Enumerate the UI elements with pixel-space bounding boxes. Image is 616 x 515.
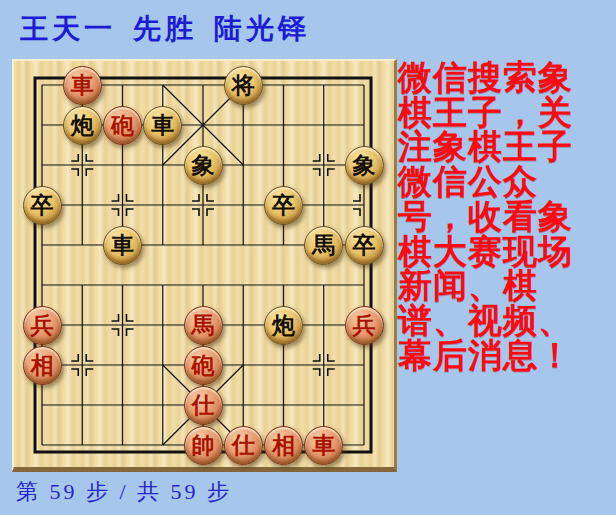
black-piece-将[interactable]: 将	[224, 66, 263, 105]
red-piece-帥[interactable]: 帥	[184, 426, 223, 465]
xiangqi-board: 車将炮砲車象象卒卒車馬卒兵馬炮兵相砲仕帥仕相車	[12, 59, 397, 472]
black-piece-炮[interactable]: 炮	[63, 106, 102, 145]
red-piece-砲[interactable]: 砲	[103, 106, 142, 145]
black-piece-卒[interactable]: 卒	[23, 186, 62, 225]
promo-line: 注象棋王子	[398, 129, 614, 164]
promo-line: 棋王子，关	[398, 95, 614, 130]
page-title: 王天一 先胜 陆光铎	[20, 10, 400, 48]
black-piece-車[interactable]: 車	[143, 106, 182, 145]
red-piece-馬[interactable]: 馬	[184, 306, 223, 345]
red-piece-車[interactable]: 車	[304, 426, 343, 465]
black-piece-卒[interactable]: 卒	[264, 186, 303, 225]
promo-line: 微信搜索象	[398, 60, 614, 95]
promo-line: 棋大赛现场	[398, 234, 614, 269]
promo-line: 微信公众	[398, 164, 614, 199]
red-piece-砲[interactable]: 砲	[184, 346, 223, 385]
red-piece-車[interactable]: 車	[63, 66, 102, 105]
promo-line: 幕后消息！	[398, 338, 614, 373]
red-piece-仕[interactable]: 仕	[184, 386, 223, 425]
red-piece-相[interactable]: 相	[264, 426, 303, 465]
promo-line: 号，收看象	[398, 199, 614, 234]
black-piece-炮[interactable]: 炮	[264, 306, 303, 345]
promo-text: 微信搜索象棋王子，关注象棋王子微信公众号，收看象棋大赛现场新闻、棋谱、视频、幕后…	[398, 60, 614, 372]
black-piece-象[interactable]: 象	[345, 146, 384, 185]
black-piece-卒[interactable]: 卒	[345, 226, 384, 265]
red-piece-兵[interactable]: 兵	[345, 306, 384, 345]
move-counter: 第 59 步 / 共 59 步	[16, 477, 396, 507]
red-piece-兵[interactable]: 兵	[23, 306, 62, 345]
board-grid: 車将炮砲車象象卒卒車馬卒兵馬炮兵相砲仕帥仕相車	[22, 65, 384, 465]
black-piece-馬[interactable]: 馬	[304, 226, 343, 265]
red-piece-相[interactable]: 相	[23, 346, 62, 385]
red-piece-仕[interactable]: 仕	[224, 426, 263, 465]
promo-line: 谱、视频、	[398, 303, 614, 338]
black-piece-車[interactable]: 車	[103, 226, 142, 265]
promo-line: 新闻、棋	[398, 268, 614, 303]
black-piece-象[interactable]: 象	[184, 146, 223, 185]
